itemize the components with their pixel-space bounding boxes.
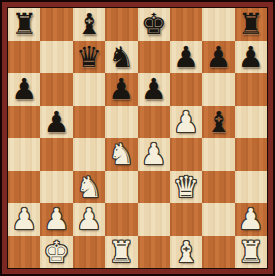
square-c7[interactable]: ♛: [73, 41, 105, 74]
white-pawn-piece[interactable]: ♟: [11, 203, 37, 235]
square-h6[interactable]: [235, 73, 267, 106]
square-a5[interactable]: [8, 106, 40, 139]
black-queen-piece[interactable]: ♛: [76, 41, 102, 73]
black-pawn-piece[interactable]: ♟: [173, 41, 199, 73]
square-f7[interactable]: ♟: [170, 41, 202, 74]
square-e2[interactable]: [138, 203, 170, 236]
white-pawn-piece[interactable]: ♟: [173, 106, 199, 138]
square-b2[interactable]: ♟: [40, 203, 72, 236]
square-e6[interactable]: ♟: [138, 73, 170, 106]
black-rook-piece[interactable]: ♜: [11, 8, 37, 40]
white-queen-piece[interactable]: ♛: [173, 171, 199, 203]
black-bishop-piece[interactable]: ♝: [76, 8, 102, 40]
white-pawn-piece[interactable]: ♟: [44, 203, 70, 235]
square-f5[interactable]: ♟: [170, 106, 202, 139]
square-g4[interactable]: [202, 138, 234, 171]
square-a8[interactable]: ♜: [8, 8, 40, 41]
square-f3[interactable]: ♛: [170, 171, 202, 204]
square-g5[interactable]: ♝: [202, 106, 234, 139]
square-h8[interactable]: ♜: [235, 8, 267, 41]
black-pawn-piece[interactable]: ♟: [238, 41, 264, 73]
square-b1[interactable]: ♚: [40, 236, 72, 269]
square-a6[interactable]: ♟: [8, 73, 40, 106]
square-c2[interactable]: ♟: [73, 203, 105, 236]
white-rook-piece[interactable]: ♜: [108, 236, 134, 268]
square-c5[interactable]: [73, 106, 105, 139]
black-bishop-piece[interactable]: ♝: [205, 106, 231, 138]
black-pawn-piece[interactable]: ♟: [108, 73, 134, 105]
square-h1[interactable]: ♜: [235, 236, 267, 269]
board-frame: ♜♝♚♜♛♞♟♟♟♟♟♟♟♟♝♞♟♞♛♟♟♟♟♚♜♝♜: [0, 0, 275, 276]
white-pawn-piece[interactable]: ♟: [76, 203, 102, 235]
square-d6[interactable]: ♟: [105, 73, 137, 106]
square-e4[interactable]: ♟: [138, 138, 170, 171]
black-king-piece[interactable]: ♚: [141, 8, 167, 40]
white-pawn-piece[interactable]: ♟: [141, 138, 167, 170]
square-d2[interactable]: [105, 203, 137, 236]
square-b4[interactable]: [40, 138, 72, 171]
white-knight-piece[interactable]: ♞: [108, 138, 134, 170]
black-pawn-piece[interactable]: ♟: [141, 73, 167, 105]
white-rook-piece[interactable]: ♜: [238, 236, 264, 268]
square-f4[interactable]: [170, 138, 202, 171]
square-d3[interactable]: [105, 171, 137, 204]
square-a3[interactable]: [8, 171, 40, 204]
square-a4[interactable]: [8, 138, 40, 171]
black-knight-piece[interactable]: ♞: [108, 41, 134, 73]
square-c1[interactable]: [73, 236, 105, 269]
square-b8[interactable]: [40, 8, 72, 41]
square-d8[interactable]: [105, 8, 137, 41]
square-d4[interactable]: ♞: [105, 138, 137, 171]
square-g3[interactable]: [202, 171, 234, 204]
black-pawn-piece[interactable]: ♟: [205, 41, 231, 73]
black-pawn-piece[interactable]: ♟: [11, 73, 37, 105]
square-g8[interactable]: [202, 8, 234, 41]
square-e8[interactable]: ♚: [138, 8, 170, 41]
white-bishop-piece[interactable]: ♝: [173, 236, 199, 268]
square-b3[interactable]: [40, 171, 72, 204]
square-h2[interactable]: ♟: [235, 203, 267, 236]
square-f6[interactable]: [170, 73, 202, 106]
white-pawn-piece[interactable]: ♟: [238, 203, 264, 235]
square-a1[interactable]: [8, 236, 40, 269]
square-c6[interactable]: [73, 73, 105, 106]
chess-board: ♜♝♚♜♛♞♟♟♟♟♟♟♟♟♝♞♟♞♛♟♟♟♟♚♜♝♜: [7, 7, 268, 269]
square-g1[interactable]: [202, 236, 234, 269]
square-h4[interactable]: [235, 138, 267, 171]
black-pawn-piece[interactable]: ♟: [44, 106, 70, 138]
square-g6[interactable]: [202, 73, 234, 106]
square-g2[interactable]: [202, 203, 234, 236]
square-b7[interactable]: [40, 41, 72, 74]
square-a7[interactable]: [8, 41, 40, 74]
square-e3[interactable]: [138, 171, 170, 204]
square-d7[interactable]: ♞: [105, 41, 137, 74]
square-e5[interactable]: [138, 106, 170, 139]
square-c3[interactable]: ♞: [73, 171, 105, 204]
square-a2[interactable]: ♟: [8, 203, 40, 236]
square-b6[interactable]: [40, 73, 72, 106]
square-b5[interactable]: ♟: [40, 106, 72, 139]
square-e1[interactable]: [138, 236, 170, 269]
square-d1[interactable]: ♜: [105, 236, 137, 269]
square-h3[interactable]: [235, 171, 267, 204]
square-f2[interactable]: [170, 203, 202, 236]
square-f8[interactable]: [170, 8, 202, 41]
square-h5[interactable]: [235, 106, 267, 139]
square-g7[interactable]: ♟: [202, 41, 234, 74]
white-king-piece[interactable]: ♚: [44, 236, 70, 268]
square-d5[interactable]: [105, 106, 137, 139]
square-c4[interactable]: [73, 138, 105, 171]
square-c8[interactable]: ♝: [73, 8, 105, 41]
white-knight-piece[interactable]: ♞: [76, 171, 102, 203]
square-e7[interactable]: [138, 41, 170, 74]
black-rook-piece[interactable]: ♜: [238, 8, 264, 40]
square-h7[interactable]: ♟: [235, 41, 267, 74]
square-f1[interactable]: ♝: [170, 236, 202, 269]
